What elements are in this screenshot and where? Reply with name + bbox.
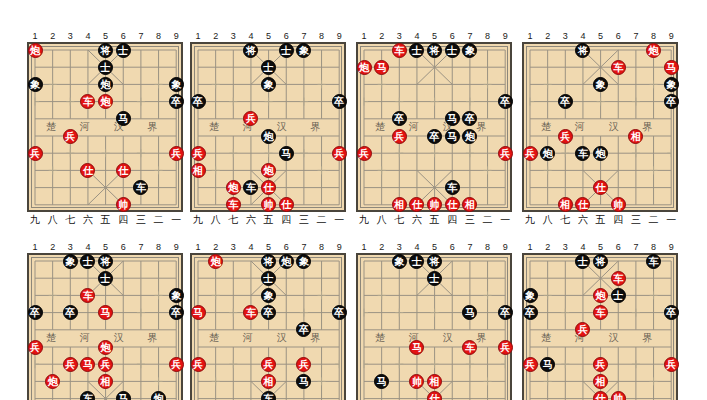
file-number-label: 3 bbox=[557, 241, 573, 253]
piece-red-兵: 兵 bbox=[593, 357, 608, 372]
file-chinese-label: 二 bbox=[645, 214, 663, 226]
river-label: 河 bbox=[77, 121, 91, 133]
piece-red-兵: 兵 bbox=[332, 146, 347, 161]
river-label: 界 bbox=[308, 332, 322, 344]
file-number-label: 4 bbox=[243, 30, 259, 42]
file-chinese-label: 六 bbox=[574, 214, 592, 226]
file-number-label: 9 bbox=[497, 241, 513, 253]
file-chinese-label: 九 bbox=[26, 214, 44, 226]
piece-red-兵: 兵 bbox=[392, 129, 407, 144]
file-chinese-label: 四 bbox=[114, 214, 132, 226]
piece-red-马: 马 bbox=[409, 340, 424, 355]
piece-black-将: 将 bbox=[243, 43, 258, 58]
file-number-label: 9 bbox=[663, 30, 679, 42]
file-number-label: 4 bbox=[243, 241, 259, 253]
file-chinese-label: 三 bbox=[295, 214, 313, 226]
piece-black-象: 象 bbox=[296, 254, 311, 269]
piece-red-车: 车 bbox=[462, 340, 477, 355]
river-label: 汉 bbox=[275, 121, 289, 133]
piece-red-仕: 仕 bbox=[279, 197, 294, 212]
piece-red-兵: 兵 bbox=[63, 129, 78, 144]
piece-red-炮: 炮 bbox=[593, 288, 608, 303]
piece-black-士: 士 bbox=[409, 43, 424, 58]
piece-red-车: 车 bbox=[392, 43, 407, 58]
board-area[interactable]: 楚河汉界炮将士士象炮象车炮卒马兵兵兵仕仕车帅 bbox=[27, 42, 183, 212]
piece-black-士: 士 bbox=[427, 271, 442, 286]
file-number-label: 6 bbox=[115, 241, 131, 253]
piece-black-士: 士 bbox=[279, 43, 294, 58]
file-chinese-label: 二 bbox=[150, 214, 168, 226]
board-area[interactable]: 楚河汉界炮将炮象士象马车卒卒卒兵兵兵相马车 bbox=[190, 253, 346, 400]
piece-black-卒: 卒 bbox=[523, 305, 538, 320]
river-label: 河 bbox=[77, 332, 91, 344]
piece-black-将: 将 bbox=[427, 254, 442, 269]
file-chinese-label: 一 bbox=[496, 214, 514, 226]
piece-black-将: 将 bbox=[261, 254, 276, 269]
river-label: 楚 bbox=[373, 121, 387, 133]
piece-black-象: 象 bbox=[462, 43, 477, 58]
river-label: 楚 bbox=[373, 332, 387, 344]
board-area[interactable]: 楚河汉界士将车车象炮士卒车卒兵兵马兵兵相仕帅 bbox=[522, 253, 678, 400]
file-chinese-label: 六 bbox=[79, 214, 97, 226]
piece-red-兵: 兵 bbox=[261, 357, 276, 372]
piece-black-马: 马 bbox=[540, 357, 555, 372]
piece-red-兵: 兵 bbox=[664, 357, 679, 372]
river-label: 楚 bbox=[207, 121, 221, 133]
river-label: 界 bbox=[640, 121, 654, 133]
piece-red-仕: 仕 bbox=[445, 197, 460, 212]
file-number-label: 7 bbox=[462, 30, 478, 42]
piece-red-兵: 兵 bbox=[357, 146, 372, 161]
piece-red-炮: 炮 bbox=[98, 94, 113, 109]
piece-black-士: 士 bbox=[98, 60, 113, 75]
piece-red-帅: 帅 bbox=[116, 197, 131, 212]
file-number-label: 8 bbox=[480, 30, 496, 42]
file-chinese-label: 四 bbox=[277, 214, 295, 226]
piece-black-车: 车 bbox=[261, 391, 276, 400]
piece-black-象: 象 bbox=[169, 77, 184, 92]
file-number-label: 1 bbox=[27, 241, 43, 253]
file-number-label: 7 bbox=[133, 30, 149, 42]
piece-red-炮: 炮 bbox=[646, 43, 661, 58]
piece-black-将: 将 bbox=[427, 43, 442, 58]
file-number-label: 3 bbox=[391, 241, 407, 253]
file-chinese-label: 七 bbox=[61, 214, 79, 226]
river-label: 汉 bbox=[607, 121, 621, 133]
piece-black-士: 士 bbox=[80, 254, 95, 269]
file-number-label: 9 bbox=[663, 241, 679, 253]
piece-black-士: 士 bbox=[611, 288, 626, 303]
piece-black-卒: 卒 bbox=[392, 111, 407, 126]
file-chinese-label: 二 bbox=[479, 214, 497, 226]
file-number-label: 3 bbox=[62, 241, 78, 253]
file-number-label: 7 bbox=[133, 241, 149, 253]
piece-red-相: 相 bbox=[593, 374, 608, 389]
file-chinese-label: 五 bbox=[426, 214, 444, 226]
board-area[interactable]: 楚河汉界车士将士象炮马卒卒马卒兵卒马炮兵兵车相仕帅仕相 bbox=[356, 42, 512, 212]
piece-red-仕: 仕 bbox=[593, 391, 608, 400]
piece-black-卒: 卒 bbox=[332, 305, 347, 320]
piece-black-卒: 卒 bbox=[558, 94, 573, 109]
river-label: 楚 bbox=[44, 121, 58, 133]
file-number-label: 4 bbox=[80, 30, 96, 42]
piece-black-士: 士 bbox=[116, 43, 131, 58]
file-chinese-label: 五 bbox=[97, 214, 115, 226]
piece-black-将: 将 bbox=[98, 43, 113, 58]
river-label: 楚 bbox=[539, 121, 553, 133]
file-number-label: 1 bbox=[522, 30, 538, 42]
piece-black-象: 象 bbox=[593, 77, 608, 92]
piece-black-士: 士 bbox=[409, 254, 424, 269]
piece-black-炮: 炮 bbox=[462, 129, 477, 144]
file-chinese-label: 九 bbox=[189, 214, 207, 226]
piece-red-仕: 仕 bbox=[261, 180, 276, 195]
piece-red-兵: 兵 bbox=[191, 146, 206, 161]
file-number-label: 9 bbox=[331, 241, 347, 253]
piece-black-卒: 卒 bbox=[28, 305, 43, 320]
file-chinese-label: 四 bbox=[609, 214, 627, 226]
file-number-label: 4 bbox=[575, 30, 591, 42]
piece-black-马: 马 bbox=[445, 111, 460, 126]
piece-black-卒: 卒 bbox=[63, 305, 78, 320]
file-chinese-label: 八 bbox=[373, 214, 391, 226]
file-number-label: 2 bbox=[45, 30, 61, 42]
file-chinese-label: 九 bbox=[521, 214, 539, 226]
file-chinese-label: 六 bbox=[242, 214, 260, 226]
file-chinese-label: 八 bbox=[539, 214, 557, 226]
file-number-label: 3 bbox=[391, 30, 407, 42]
file-number-label: 6 bbox=[444, 30, 460, 42]
piece-red-仕: 仕 bbox=[427, 391, 442, 400]
piece-black-士: 士 bbox=[98, 271, 113, 286]
file-number-label: 8 bbox=[646, 241, 662, 253]
river-label: 界 bbox=[145, 332, 159, 344]
file-number-label: 5 bbox=[261, 241, 277, 253]
river-label: 楚 bbox=[44, 332, 58, 344]
file-number-label: 8 bbox=[480, 241, 496, 253]
file-number-label: 5 bbox=[593, 241, 609, 253]
piece-red-兵: 兵 bbox=[169, 357, 184, 372]
piece-red-炮: 炮 bbox=[98, 340, 113, 355]
piece-red-马: 马 bbox=[664, 60, 679, 75]
piece-red-兵: 兵 bbox=[169, 146, 184, 161]
file-chinese-label: 一 bbox=[662, 214, 680, 226]
file-chinese-label: 三 bbox=[627, 214, 645, 226]
piece-red-兵: 兵 bbox=[498, 340, 513, 355]
river-label: 楚 bbox=[539, 332, 553, 344]
file-number-label: 6 bbox=[444, 241, 460, 253]
piece-red-仕: 仕 bbox=[593, 180, 608, 195]
piece-red-车: 车 bbox=[611, 60, 626, 75]
piece-red-马: 马 bbox=[191, 305, 206, 320]
river-label: 楚 bbox=[207, 332, 221, 344]
file-number-label: 7 bbox=[296, 30, 312, 42]
piece-red-炮: 炮 bbox=[45, 374, 60, 389]
piece-black-将: 将 bbox=[575, 43, 590, 58]
file-number-label: 8 bbox=[151, 30, 167, 42]
file-number-label: 9 bbox=[168, 241, 184, 253]
piece-black-象: 象 bbox=[169, 288, 184, 303]
file-number-label: 4 bbox=[80, 241, 96, 253]
file-number-label: 2 bbox=[374, 30, 390, 42]
file-chinese-label: 七 bbox=[556, 214, 574, 226]
file-number-label: 1 bbox=[356, 30, 372, 42]
file-chinese-label: 九 bbox=[355, 214, 373, 226]
piece-red-兵: 兵 bbox=[498, 146, 513, 161]
file-number-label: 1 bbox=[190, 30, 206, 42]
board-area[interactable]: 楚河汉界将炮车马象象卒卒兵相兵炮车炮仕相仕帅 bbox=[522, 42, 678, 212]
file-number-label: 7 bbox=[462, 241, 478, 253]
piece-black-卒: 卒 bbox=[169, 305, 184, 320]
file-number-label: 7 bbox=[296, 241, 312, 253]
piece-black-马: 马 bbox=[445, 129, 460, 144]
file-number-label: 8 bbox=[151, 241, 167, 253]
river-label: 汉 bbox=[607, 332, 621, 344]
boards-grid: 123456789楚河汉界炮将士士象炮象车炮卒马兵兵兵仕仕车帅九八七六五四三二一… bbox=[0, 0, 707, 400]
river-label: 河 bbox=[572, 121, 586, 133]
river-label: 汉 bbox=[275, 332, 289, 344]
piece-black-象: 象 bbox=[261, 288, 276, 303]
piece-red-炮: 炮 bbox=[357, 60, 372, 75]
file-number-label: 5 bbox=[427, 241, 443, 253]
file-number-label: 1 bbox=[356, 241, 372, 253]
river-label: 河 bbox=[406, 121, 420, 133]
piece-black-象: 象 bbox=[261, 77, 276, 92]
file-number-label: 4 bbox=[575, 241, 591, 253]
file-chinese-label: 五 bbox=[260, 214, 278, 226]
piece-black-卒: 卒 bbox=[498, 94, 513, 109]
river-label: 界 bbox=[308, 121, 322, 133]
file-number-label: 5 bbox=[427, 30, 443, 42]
piece-black-卒: 卒 bbox=[332, 94, 347, 109]
piece-red-相: 相 bbox=[628, 129, 643, 144]
piece-red-兵: 兵 bbox=[523, 146, 538, 161]
piece-red-车: 车 bbox=[611, 271, 626, 286]
piece-red-兵: 兵 bbox=[98, 357, 113, 372]
file-number-label: 4 bbox=[409, 30, 425, 42]
river-label: 河 bbox=[240, 332, 254, 344]
file-number-label: 6 bbox=[278, 30, 294, 42]
piece-red-相: 相 bbox=[98, 374, 113, 389]
board-area[interactable]: 楚河汉界将士象士象卒卒兵炮兵马兵相炮炮车仕车帅仕 bbox=[190, 42, 346, 212]
piece-black-卒: 卒 bbox=[169, 94, 184, 109]
piece-black-象: 象 bbox=[664, 77, 679, 92]
piece-black-象: 象 bbox=[296, 43, 311, 58]
piece-black-车: 车 bbox=[646, 254, 661, 269]
file-chinese-label: 三 bbox=[132, 214, 150, 226]
file-chinese-label: 二 bbox=[313, 214, 331, 226]
piece-red-兵: 兵 bbox=[28, 340, 43, 355]
file-number-label: 1 bbox=[522, 241, 538, 253]
file-number-label: 5 bbox=[98, 30, 114, 42]
file-number-label: 1 bbox=[27, 30, 43, 42]
file-number-label: 3 bbox=[225, 30, 241, 42]
piece-red-马: 马 bbox=[374, 60, 389, 75]
file-number-label: 2 bbox=[540, 30, 556, 42]
piece-red-车: 车 bbox=[226, 197, 241, 212]
piece-black-象: 象 bbox=[523, 288, 538, 303]
piece-red-相: 相 bbox=[427, 374, 442, 389]
file-number-label: 3 bbox=[557, 30, 573, 42]
piece-black-将: 将 bbox=[98, 254, 113, 269]
river-label: 界 bbox=[474, 332, 488, 344]
piece-red-兵: 兵 bbox=[191, 357, 206, 372]
piece-red-相: 相 bbox=[261, 374, 276, 389]
file-number-label: 6 bbox=[278, 241, 294, 253]
piece-red-兵: 兵 bbox=[523, 357, 538, 372]
file-number-label: 5 bbox=[98, 241, 114, 253]
file-number-label: 3 bbox=[62, 30, 78, 42]
piece-black-将: 将 bbox=[593, 254, 608, 269]
file-number-label: 6 bbox=[610, 30, 626, 42]
piece-black-士: 士 bbox=[445, 43, 460, 58]
piece-black-士: 士 bbox=[261, 271, 276, 286]
piece-red-炮: 炮 bbox=[226, 180, 241, 195]
file-number-label: 6 bbox=[610, 241, 626, 253]
piece-black-炮: 炮 bbox=[98, 77, 113, 92]
piece-red-相: 相 bbox=[191, 163, 206, 178]
file-chinese-label: 八 bbox=[44, 214, 62, 226]
file-number-label: 5 bbox=[593, 30, 609, 42]
piece-red-兵: 兵 bbox=[558, 129, 573, 144]
file-number-label: 1 bbox=[190, 241, 206, 253]
file-number-label: 2 bbox=[208, 30, 224, 42]
piece-red-兵: 兵 bbox=[28, 146, 43, 161]
river-label: 汉 bbox=[441, 332, 455, 344]
piece-black-象: 象 bbox=[392, 254, 407, 269]
file-number-label: 9 bbox=[331, 30, 347, 42]
piece-black-炮: 炮 bbox=[540, 146, 555, 161]
piece-black-马: 马 bbox=[279, 146, 294, 161]
file-chinese-label: 三 bbox=[461, 214, 479, 226]
river-label: 界 bbox=[474, 121, 488, 133]
file-number-label: 2 bbox=[374, 241, 390, 253]
file-number-label: 8 bbox=[646, 30, 662, 42]
piece-black-士: 士 bbox=[261, 60, 276, 75]
piece-black-车: 车 bbox=[445, 180, 460, 195]
board-area[interactable]: 楚河汉界象士将士马卒马车兵马帅相仕 bbox=[356, 253, 512, 400]
piece-red-帅: 帅 bbox=[611, 197, 626, 212]
piece-black-马: 马 bbox=[374, 374, 389, 389]
piece-black-马: 马 bbox=[116, 391, 131, 400]
file-chinese-label: 七 bbox=[224, 214, 242, 226]
piece-red-仕: 仕 bbox=[116, 163, 131, 178]
file-chinese-label: 七 bbox=[390, 214, 408, 226]
piece-red-兵: 兵 bbox=[296, 357, 311, 372]
piece-black-士: 士 bbox=[575, 254, 590, 269]
piece-black-卒: 卒 bbox=[664, 94, 679, 109]
file-number-label: 8 bbox=[314, 30, 330, 42]
piece-black-象: 象 bbox=[28, 77, 43, 92]
piece-red-炮: 炮 bbox=[261, 163, 276, 178]
piece-red-帅: 帅 bbox=[611, 391, 626, 400]
file-chinese-label: 一 bbox=[167, 214, 185, 226]
piece-black-马: 马 bbox=[116, 111, 131, 126]
file-number-label: 4 bbox=[409, 241, 425, 253]
file-number-label: 2 bbox=[45, 241, 61, 253]
piece-black-卒: 卒 bbox=[498, 305, 513, 320]
file-number-label: 6 bbox=[115, 30, 131, 42]
file-chinese-label: 六 bbox=[408, 214, 426, 226]
file-chinese-label: 八 bbox=[207, 214, 225, 226]
piece-red-炮: 炮 bbox=[28, 43, 43, 58]
file-number-label: 7 bbox=[628, 30, 644, 42]
file-chinese-label: 一 bbox=[330, 214, 348, 226]
piece-black-炮: 炮 bbox=[261, 129, 276, 144]
file-number-label: 8 bbox=[314, 241, 330, 253]
piece-black-卒: 卒 bbox=[427, 129, 442, 144]
file-chinese-label: 五 bbox=[592, 214, 610, 226]
piece-black-卒: 卒 bbox=[664, 305, 679, 320]
river-label: 汉 bbox=[112, 332, 126, 344]
piece-red-炮: 炮 bbox=[208, 254, 223, 269]
file-number-label: 3 bbox=[225, 241, 241, 253]
piece-red-兵: 兵 bbox=[63, 357, 78, 372]
file-number-label: 9 bbox=[168, 30, 184, 42]
file-chinese-label: 四 bbox=[443, 214, 461, 226]
piece-black-炮: 炮 bbox=[593, 146, 608, 161]
piece-black-卒: 卒 bbox=[191, 94, 206, 109]
file-number-label: 2 bbox=[208, 241, 224, 253]
river-label: 界 bbox=[145, 121, 159, 133]
piece-black-炮: 炮 bbox=[151, 391, 166, 400]
piece-black-象: 象 bbox=[63, 254, 78, 269]
piece-red-车: 车 bbox=[593, 305, 608, 320]
file-number-label: 2 bbox=[540, 241, 556, 253]
file-number-label: 7 bbox=[628, 241, 644, 253]
file-number-label: 9 bbox=[497, 30, 513, 42]
board-area[interactable]: 楚河汉界象士将士车象卒卒马卒兵炮兵马兵兵炮相车马炮 bbox=[27, 253, 183, 400]
file-number-label: 5 bbox=[261, 30, 277, 42]
river-label: 界 bbox=[640, 332, 654, 344]
piece-red-相: 相 bbox=[392, 197, 407, 212]
piece-black-炮: 炮 bbox=[279, 254, 294, 269]
piece-red-相: 相 bbox=[558, 197, 573, 212]
